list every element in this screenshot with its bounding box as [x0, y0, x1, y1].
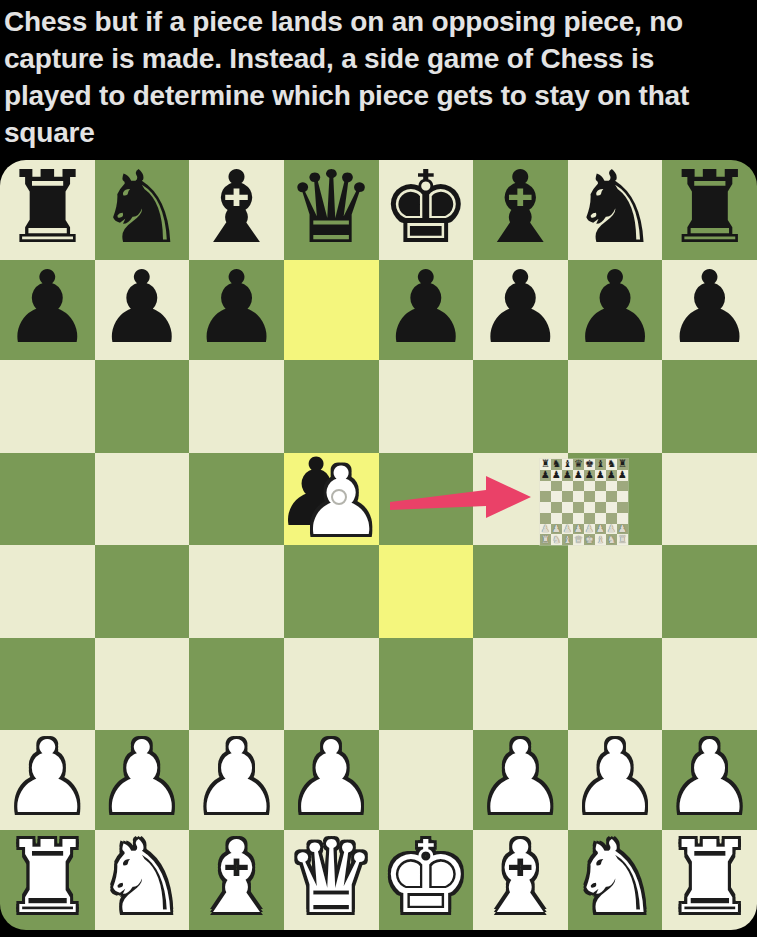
white-pawn-icon: ♟ [2, 728, 92, 828]
mini-square-b8: ♞ [551, 459, 562, 470]
black-pawn-icon: ♟ [570, 258, 660, 358]
pawn-crest-icon [331, 489, 347, 505]
mini-square-f5 [595, 491, 606, 502]
caption: Chess but if a piece lands on an opposin… [0, 0, 757, 151]
square-f2[interactable]: ♟ [473, 730, 568, 830]
caption-line-2: capture is made. Instead, a side game of… [4, 40, 753, 77]
square-e8[interactable]: ♚ [379, 160, 474, 260]
square-c7[interactable]: ♟ [189, 260, 284, 360]
black-pawn-icon: ♟ [665, 258, 755, 358]
mini-square-a8: ♜ [540, 459, 551, 470]
white-king-icon: ♚ [381, 828, 471, 928]
square-a1[interactable]: ♜ [0, 830, 95, 930]
white-pawn-icon: ♟ [97, 728, 187, 828]
mini-square-f1: ♝ [595, 534, 606, 545]
square-c6[interactable] [189, 360, 284, 453]
black-pawn-mini-icon: ♟ [563, 470, 572, 480]
caption-line-1: Chess but if a piece lands on an opposin… [4, 3, 753, 40]
mini-square-e8: ♚ [584, 459, 595, 470]
square-e1[interactable]: ♚ [379, 830, 474, 930]
black-rook-mini-icon: ♜ [541, 459, 550, 469]
mini-square-g1: ♞ [606, 534, 617, 545]
white-queen-mini-icon: ♛ [574, 535, 583, 545]
mini-square-f2: ♟ [595, 524, 606, 535]
square-a3[interactable] [0, 638, 95, 731]
white-pawn-icon: ♟ [476, 728, 566, 828]
mini-square-g8: ♞ [606, 459, 617, 470]
square-a2[interactable]: ♟ [0, 730, 95, 830]
mini-square-h7: ♟ [617, 470, 628, 481]
mini-square-g6 [606, 481, 617, 492]
black-bishop-mini-icon: ♝ [563, 459, 572, 469]
square-c4[interactable] [189, 545, 284, 638]
white-queen-icon: ♛ [286, 828, 376, 928]
square-d5[interactable]: ♟♟ [284, 453, 379, 546]
white-pawn-icon: ♟ [192, 728, 282, 828]
black-pawn-icon: ♟ [381, 258, 471, 358]
white-bishop-mini-icon: ♝ [563, 535, 572, 545]
mini-square-c6 [562, 481, 573, 492]
square-b5[interactable] [95, 453, 190, 546]
black-pawn-mini-icon: ♟ [618, 470, 627, 480]
black-rook-icon: ♜ [2, 160, 92, 258]
white-pawn-icon: ♟ [665, 728, 755, 828]
mini-square-g3 [606, 513, 617, 524]
square-e6[interactable] [379, 360, 474, 453]
black-pawn-icon: ♟ [2, 258, 92, 358]
square-g8[interactable]: ♞ [568, 160, 663, 260]
mini-square-e2: ♟ [584, 524, 595, 535]
square-d4[interactable] [284, 545, 379, 638]
black-knight-icon: ♞ [97, 160, 187, 258]
square-d2[interactable]: ♟ [284, 730, 379, 830]
mini-square-d1: ♛ [573, 534, 584, 545]
square-h2[interactable]: ♟ [662, 730, 757, 830]
square-f6[interactable] [473, 360, 568, 453]
mini-square-g4 [606, 502, 617, 513]
square-b1[interactable]: ♞ [95, 830, 190, 930]
mini-square-e1: ♚ [584, 534, 595, 545]
mini-square-h5 [617, 491, 628, 502]
black-rook-mini-icon: ♜ [618, 459, 627, 469]
chess-meme-page: Chess but if a piece lands on an opposin… [0, 0, 757, 937]
mini-square-c5 [562, 491, 573, 502]
mini-square-d6 [573, 481, 584, 492]
mini-square-f4 [595, 502, 606, 513]
mini-square-c1: ♝ [562, 534, 573, 545]
black-pawn-icon: ♟ [97, 258, 187, 358]
mini-square-h1: ♜ [617, 534, 628, 545]
square-c1[interactable]: ♝ [189, 830, 284, 930]
mini-square-c2: ♟ [562, 524, 573, 535]
mini-square-c8: ♝ [562, 459, 573, 470]
white-pawn-mini-icon: ♟ [585, 524, 594, 534]
black-pawn-mini-icon: ♟ [596, 470, 605, 480]
square-g7[interactable]: ♟ [568, 260, 663, 360]
mini-square-d5 [573, 491, 584, 502]
white-pawn-mini-icon: ♟ [618, 524, 627, 534]
square-f1[interactable]: ♝ [473, 830, 568, 930]
square-b2[interactable]: ♟ [95, 730, 190, 830]
square-a6[interactable] [0, 360, 95, 453]
square-h7[interactable]: ♟ [662, 260, 757, 360]
mini-square-a2: ♟ [540, 524, 551, 535]
mini-square-a7: ♟ [540, 470, 551, 481]
white-knight-icon: ♞ [97, 828, 187, 928]
white-bishop-icon: ♝ [476, 828, 566, 928]
white-pawn-mini-icon: ♟ [596, 524, 605, 534]
square-h5[interactable] [662, 453, 757, 546]
black-king-mini-icon: ♚ [585, 459, 594, 469]
black-pawn-icon: ♟ [476, 258, 566, 358]
black-bishop-mini-icon: ♝ [596, 459, 605, 469]
mini-square-a1: ♜ [540, 534, 551, 545]
square-e7[interactable]: ♟ [379, 260, 474, 360]
white-knight-icon: ♞ [570, 828, 660, 928]
mini-square-a6 [540, 481, 551, 492]
square-f8[interactable]: ♝ [473, 160, 568, 260]
square-f4[interactable] [473, 545, 568, 638]
mini-square-h8: ♜ [617, 459, 628, 470]
mini-square-h3 [617, 513, 628, 524]
square-b8[interactable]: ♞ [95, 160, 190, 260]
square-c2[interactable]: ♟ [189, 730, 284, 830]
square-e4[interactable] [379, 545, 474, 638]
mini-square-f6 [595, 481, 606, 492]
mini-square-d7: ♟ [573, 470, 584, 481]
square-b6[interactable] [95, 360, 190, 453]
side-game-mini-board: ♜♞♝♛♚♝♞♜♟♟♟♟♟♟♟♟♟♟♟♟♟♟♟♟♜♞♝♛♚♝♞♜ [540, 459, 628, 545]
square-b4[interactable] [95, 545, 190, 638]
square-a5[interactable] [0, 453, 95, 546]
white-bishop-mini-icon: ♝ [596, 535, 605, 545]
mini-square-c3 [562, 513, 573, 524]
mini-square-e5 [584, 491, 595, 502]
white-rook-mini-icon: ♜ [541, 535, 550, 545]
mini-square-e6 [584, 481, 595, 492]
square-b7[interactable]: ♟ [95, 260, 190, 360]
black-pawn-mini-icon: ♟ [607, 470, 616, 480]
square-g4[interactable] [568, 545, 663, 638]
mini-square-f3 [595, 513, 606, 524]
white-pawn-mini-icon: ♟ [552, 524, 561, 534]
square-e2[interactable] [379, 730, 474, 830]
mini-square-f7: ♟ [595, 470, 606, 481]
square-d1[interactable]: ♛ [284, 830, 379, 930]
black-bishop-icon: ♝ [192, 160, 282, 258]
square-c8[interactable]: ♝ [189, 160, 284, 260]
mini-square-c4 [562, 502, 573, 513]
square-h3[interactable] [662, 638, 757, 731]
mini-square-g7: ♟ [606, 470, 617, 481]
mini-square-b7: ♟ [551, 470, 562, 481]
mini-square-e7: ♟ [584, 470, 595, 481]
white-bishop-icon: ♝ [192, 828, 282, 928]
mini-square-a5 [540, 491, 551, 502]
square-f3[interactable] [473, 638, 568, 731]
square-a7[interactable]: ♟ [0, 260, 95, 360]
black-pawn-mini-icon: ♟ [541, 470, 550, 480]
mini-square-e4 [584, 502, 595, 513]
mini-square-b4 [551, 502, 562, 513]
chess-board: ♜♞♝♛♚♝♞♜♟♟♟♟♟♟♟♟♟♟♟♟♟♟♟♟♜♞♝♛♚♝♞♜ [0, 160, 757, 930]
square-d3[interactable] [284, 638, 379, 731]
white-pawn-mini-icon: ♟ [574, 524, 583, 534]
white-rook-mini-icon: ♜ [618, 535, 627, 545]
black-bishop-icon: ♝ [476, 160, 566, 258]
mini-square-b1: ♞ [551, 534, 562, 545]
mini-square-g5 [606, 491, 617, 502]
caption-line-4: square [4, 114, 753, 151]
white-pawn-mini-icon: ♟ [541, 524, 550, 534]
mini-square-e3 [584, 513, 595, 524]
square-b3[interactable] [95, 638, 190, 731]
mini-square-b2: ♟ [551, 524, 562, 535]
white-pawn-icon: ♟ [286, 728, 376, 828]
black-pawn-mini-icon: ♟ [552, 470, 561, 480]
white-pawn-mini-icon: ♟ [607, 524, 616, 534]
square-d8[interactable]: ♛ [284, 160, 379, 260]
square-h6[interactable] [662, 360, 757, 453]
square-g3[interactable] [568, 638, 663, 731]
mini-square-d4 [573, 502, 584, 513]
mini-square-a4 [540, 502, 551, 513]
black-queen-icon: ♛ [286, 160, 376, 258]
square-h1[interactable]: ♜ [662, 830, 757, 930]
square-g6[interactable] [568, 360, 663, 453]
mini-square-d8: ♛ [573, 459, 584, 470]
white-rook-icon: ♜ [2, 828, 92, 928]
square-h4[interactable] [662, 545, 757, 638]
mini-square-b5 [551, 491, 562, 502]
black-knight-mini-icon: ♞ [607, 459, 616, 469]
black-pawn-icon: ♟ [192, 258, 282, 358]
square-f7[interactable]: ♟ [473, 260, 568, 360]
square-a4[interactable] [0, 545, 95, 638]
square-d7[interactable] [284, 260, 379, 360]
square-e5[interactable] [379, 453, 474, 546]
white-knight-mini-icon: ♞ [607, 535, 616, 545]
mini-square-g2: ♟ [606, 524, 617, 535]
white-knight-mini-icon: ♞ [552, 535, 561, 545]
caption-line-3: played to determine which piece gets to … [4, 77, 753, 114]
mini-square-c7: ♟ [562, 470, 573, 481]
mini-square-h2: ♟ [617, 524, 628, 535]
mini-square-b3 [551, 513, 562, 524]
mini-square-a3 [540, 513, 551, 524]
mini-square-f8: ♝ [595, 459, 606, 470]
mini-square-h4 [617, 502, 628, 513]
black-pawn-mini-icon: ♟ [574, 470, 583, 480]
white-pawn-mini-icon: ♟ [563, 524, 572, 534]
black-king-icon: ♚ [381, 160, 471, 258]
square-g2[interactable]: ♟ [568, 730, 663, 830]
white-pawn-icon: ♟ [570, 728, 660, 828]
white-rook-icon: ♜ [665, 828, 755, 928]
square-h8[interactable]: ♜ [662, 160, 757, 260]
square-a8[interactable]: ♜ [0, 160, 95, 260]
mini-square-d3 [573, 513, 584, 524]
black-rook-icon: ♜ [665, 160, 755, 258]
black-pawn-mini-icon: ♟ [585, 470, 594, 480]
square-c3[interactable] [189, 638, 284, 731]
square-e3[interactable] [379, 638, 474, 731]
mini-square-h6 [617, 481, 628, 492]
black-knight-mini-icon: ♞ [552, 459, 561, 469]
square-g1[interactable]: ♞ [568, 830, 663, 930]
black-knight-icon: ♞ [570, 160, 660, 258]
white-king-mini-icon: ♚ [585, 535, 594, 545]
black-queen-mini-icon: ♛ [574, 459, 583, 469]
mini-square-d2: ♟ [573, 524, 584, 535]
mini-square-b6 [551, 481, 562, 492]
